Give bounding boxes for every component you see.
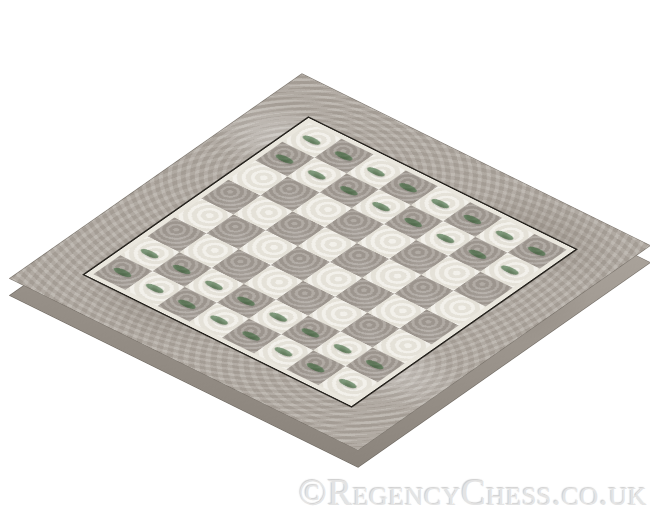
product-photo-scene: ♜♞♝♛♚♝♞♜♟♟♟♟♟♟♟♟♟♟♟♟♟♟♟♟♜♞♝♛♚♝♞♜ ©Regenc… [0, 0, 650, 520]
pawn-glyph: ♟ [483, 209, 537, 269]
chess-board: ♜♞♝♛♚♝♞♜♟♟♟♟♟♟♟♟♟♟♟♟♟♟♟♟♜♞♝♛♚♝♞♜ [102, 34, 558, 490]
board-top-face: ♜♞♝♛♚♝♞♜♟♟♟♟♟♟♟♟♟♟♟♟♟♟♟♟♜♞♝♛♚♝♞♜ [9, 73, 650, 451]
rook-glyph: ♜ [316, 311, 381, 383]
watermark: ©RegencyChess.co.uk [299, 471, 647, 514]
square-h1: ♜ [319, 366, 378, 401]
board-burl-border: ♜♞♝♛♚♝♞♜♟♟♟♟♟♟♟♟♟♟♟♟♟♟♟♟♜♞♝♛♚♝♞♜ [9, 73, 650, 451]
